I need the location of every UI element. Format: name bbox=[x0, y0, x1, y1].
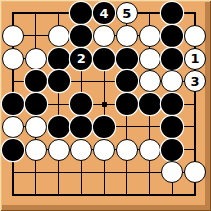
stone-white[interactable] bbox=[2, 116, 24, 138]
stone-black[interactable] bbox=[25, 93, 47, 115]
stone-black[interactable] bbox=[139, 93, 161, 115]
stone-white[interactable]: 1 bbox=[184, 48, 206, 70]
star-point bbox=[102, 102, 107, 107]
stone-white[interactable] bbox=[93, 139, 115, 161]
stone-black[interactable] bbox=[2, 93, 24, 115]
stone-white[interactable] bbox=[139, 139, 161, 161]
stone-white[interactable] bbox=[48, 25, 70, 47]
move-number: 1 bbox=[190, 52, 199, 65]
stone-black[interactable] bbox=[48, 48, 70, 70]
stone-white[interactable] bbox=[25, 48, 47, 70]
stone-black[interactable]: 2 bbox=[70, 48, 92, 70]
stone-white[interactable] bbox=[161, 161, 183, 183]
stone-white[interactable] bbox=[161, 70, 183, 92]
move-number: 3 bbox=[190, 75, 199, 88]
stone-white[interactable] bbox=[25, 116, 47, 138]
move-number: 2 bbox=[77, 52, 86, 65]
stone-white[interactable] bbox=[25, 139, 47, 161]
stone-black[interactable] bbox=[161, 25, 183, 47]
stone-black[interactable] bbox=[93, 48, 115, 70]
stone-black[interactable] bbox=[70, 116, 92, 138]
stone-black[interactable] bbox=[116, 70, 138, 92]
stone-black[interactable] bbox=[70, 2, 92, 24]
stone-black[interactable]: 4 bbox=[93, 2, 115, 24]
stone-white[interactable] bbox=[184, 25, 206, 47]
stone-white[interactable] bbox=[184, 161, 206, 183]
stone-white[interactable] bbox=[2, 48, 24, 70]
stone-black[interactable] bbox=[48, 116, 70, 138]
move-number: 4 bbox=[99, 7, 108, 20]
stone-white[interactable]: 3 bbox=[184, 70, 206, 92]
stone-white[interactable] bbox=[139, 25, 161, 47]
stone-white[interactable] bbox=[2, 25, 24, 47]
stone-white[interactable] bbox=[139, 48, 161, 70]
stone-white[interactable] bbox=[93, 25, 115, 47]
stone-black[interactable] bbox=[161, 2, 183, 24]
stone-black[interactable] bbox=[93, 116, 115, 138]
grid-line-horizontal bbox=[12, 194, 196, 196]
stone-black[interactable] bbox=[2, 139, 24, 161]
stone-white[interactable] bbox=[70, 139, 92, 161]
stone-black[interactable] bbox=[161, 139, 183, 161]
stone-white[interactable] bbox=[116, 25, 138, 47]
stone-black[interactable] bbox=[161, 93, 183, 115]
go-board[interactable]: 45213 bbox=[0, 0, 211, 211]
stone-black[interactable] bbox=[161, 48, 183, 70]
stone-white[interactable]: 5 bbox=[116, 2, 138, 24]
stone-black[interactable] bbox=[25, 70, 47, 92]
stone-white[interactable] bbox=[48, 139, 70, 161]
stone-black[interactable] bbox=[116, 93, 138, 115]
stone-black[interactable] bbox=[48, 70, 70, 92]
move-number: 5 bbox=[122, 7, 131, 20]
stone-black[interactable] bbox=[70, 93, 92, 115]
stone-white[interactable] bbox=[139, 70, 161, 92]
stone-black[interactable] bbox=[161, 116, 183, 138]
stone-black[interactable] bbox=[116, 48, 138, 70]
stone-white[interactable] bbox=[116, 139, 138, 161]
stone-black[interactable] bbox=[70, 25, 92, 47]
